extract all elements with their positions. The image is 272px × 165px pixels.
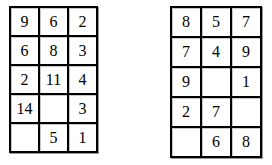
right-cell-r5c3: 8 (232, 128, 260, 156)
left-cell-r4c2-empty[interactable] (40, 95, 67, 122)
right-cell-r2c2: 4 (202, 38, 230, 66)
left-cell-r3c1: 2 (11, 66, 38, 93)
left-cell-r4c3: 3 (69, 95, 96, 122)
left-cell-r5c2: 5 (40, 124, 67, 151)
right-cell-r2c3: 9 (232, 38, 260, 66)
left-cell-r2c2: 8 (40, 37, 67, 64)
right-cell-r4c2: 7 (202, 98, 230, 126)
right-cell-r3c2-empty[interactable] (202, 68, 230, 96)
left-board: 9 6 2 6 8 3 2 11 4 14 3 5 1 (9, 6, 98, 153)
left-cell-r3c2: 11 (40, 66, 67, 93)
right-cell-r1c1: 8 (172, 8, 200, 36)
left-cell-r5c1-empty[interactable] (11, 124, 38, 151)
right-cell-r2c1: 7 (172, 38, 200, 66)
left-cell-r1c3: 2 (69, 8, 96, 35)
right-cell-r3c3: 1 (232, 68, 260, 96)
left-cell-r1c1: 9 (11, 8, 38, 35)
left-cell-r4c1: 14 (11, 95, 38, 122)
left-cell-r3c3: 4 (69, 66, 96, 93)
left-cell-r2c1: 6 (11, 37, 38, 64)
right-cell-r3c1: 9 (172, 68, 200, 96)
left-cell-r1c2: 6 (40, 8, 67, 35)
right-cell-r4c1: 2 (172, 98, 200, 126)
right-cell-r5c2: 6 (202, 128, 230, 156)
right-cell-r1c2: 5 (202, 8, 230, 36)
left-cell-r2c3: 3 (69, 37, 96, 64)
right-board: 8 5 7 7 4 9 9 1 2 7 6 8 (170, 6, 262, 158)
left-cell-r5c3: 1 (69, 124, 96, 151)
right-cell-r5c1-empty[interactable] (172, 128, 200, 156)
right-cell-r4c3-empty[interactable] (232, 98, 260, 126)
right-cell-r1c3: 7 (232, 8, 260, 36)
